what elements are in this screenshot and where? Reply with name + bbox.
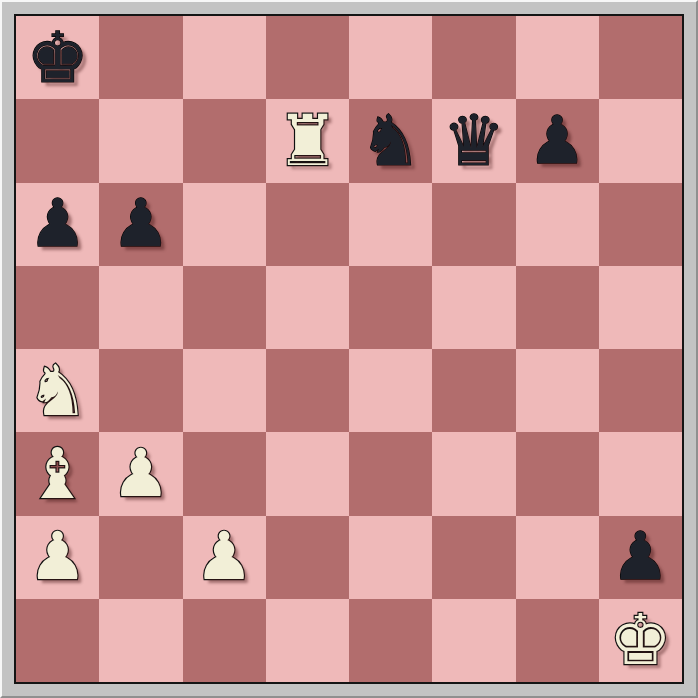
square-e3[interactable] [349, 432, 432, 515]
square-b8[interactable] [99, 16, 182, 99]
square-d3[interactable] [266, 432, 349, 515]
square-c7[interactable] [183, 99, 266, 182]
square-d4[interactable] [266, 349, 349, 432]
square-a3[interactable]: ♝ [16, 432, 99, 515]
square-e2[interactable] [349, 516, 432, 599]
white-rook[interactable]: ♜ [276, 106, 339, 176]
square-a5[interactable] [16, 266, 99, 349]
square-c4[interactable] [183, 349, 266, 432]
square-f6[interactable] [432, 183, 515, 266]
black-pawn[interactable]: ♟ [528, 108, 587, 174]
black-queen[interactable]: ♛ [442, 106, 505, 176]
square-b3[interactable]: ♟ [99, 432, 182, 515]
black-pawn[interactable]: ♟ [111, 191, 170, 257]
square-a8[interactable]: ♚ [16, 16, 99, 99]
square-h1[interactable]: ♚ [599, 599, 682, 682]
square-f2[interactable] [432, 516, 515, 599]
square-g4[interactable] [516, 349, 599, 432]
square-f3[interactable] [432, 432, 515, 515]
square-d8[interactable] [266, 16, 349, 99]
square-b7[interactable] [99, 99, 182, 182]
square-a6[interactable]: ♟ [16, 183, 99, 266]
black-king[interactable]: ♚ [26, 23, 89, 93]
square-h5[interactable] [599, 266, 682, 349]
white-king[interactable]: ♚ [609, 605, 672, 675]
square-b2[interactable] [99, 516, 182, 599]
square-h3[interactable] [599, 432, 682, 515]
square-g8[interactable] [516, 16, 599, 99]
square-e6[interactable] [349, 183, 432, 266]
square-e4[interactable] [349, 349, 432, 432]
square-g3[interactable] [516, 432, 599, 515]
white-bishop[interactable]: ♝ [26, 439, 89, 509]
square-b4[interactable] [99, 349, 182, 432]
black-knight[interactable]: ♞ [359, 106, 422, 176]
square-c8[interactable] [183, 16, 266, 99]
square-g5[interactable] [516, 266, 599, 349]
square-c1[interactable] [183, 599, 266, 682]
board-frame: ♚♜♞♛♟♟♟♞♝♟♟♟♟♚ [0, 0, 698, 698]
square-d2[interactable] [266, 516, 349, 599]
square-f5[interactable] [432, 266, 515, 349]
square-f7[interactable]: ♛ [432, 99, 515, 182]
square-c3[interactable] [183, 432, 266, 515]
square-g1[interactable] [516, 599, 599, 682]
square-f1[interactable] [432, 599, 515, 682]
square-a1[interactable] [16, 599, 99, 682]
square-a4[interactable]: ♞ [16, 349, 99, 432]
square-e5[interactable] [349, 266, 432, 349]
square-a2[interactable]: ♟ [16, 516, 99, 599]
square-h8[interactable] [599, 16, 682, 99]
white-pawn[interactable]: ♟ [111, 441, 170, 507]
square-h7[interactable] [599, 99, 682, 182]
square-c5[interactable] [183, 266, 266, 349]
square-b1[interactable] [99, 599, 182, 682]
square-g6[interactable] [516, 183, 599, 266]
square-d5[interactable] [266, 266, 349, 349]
square-a7[interactable] [16, 99, 99, 182]
black-pawn[interactable]: ♟ [28, 191, 87, 257]
chess-board: ♚♜♞♛♟♟♟♞♝♟♟♟♟♚ [14, 14, 684, 684]
square-d6[interactable] [266, 183, 349, 266]
square-c2[interactable]: ♟ [183, 516, 266, 599]
square-c6[interactable] [183, 183, 266, 266]
square-f8[interactable] [432, 16, 515, 99]
white-knight[interactable]: ♞ [26, 356, 89, 426]
square-e7[interactable]: ♞ [349, 99, 432, 182]
square-g7[interactable]: ♟ [516, 99, 599, 182]
square-b5[interactable] [99, 266, 182, 349]
square-h6[interactable] [599, 183, 682, 266]
square-d7[interactable]: ♜ [266, 99, 349, 182]
square-h4[interactable] [599, 349, 682, 432]
square-e8[interactable] [349, 16, 432, 99]
square-b6[interactable]: ♟ [99, 183, 182, 266]
white-pawn[interactable]: ♟ [28, 524, 87, 590]
square-h2[interactable]: ♟ [599, 516, 682, 599]
square-g2[interactable] [516, 516, 599, 599]
square-d1[interactable] [266, 599, 349, 682]
square-f4[interactable] [432, 349, 515, 432]
black-pawn[interactable]: ♟ [611, 524, 670, 590]
white-pawn[interactable]: ♟ [195, 524, 254, 590]
square-e1[interactable] [349, 599, 432, 682]
